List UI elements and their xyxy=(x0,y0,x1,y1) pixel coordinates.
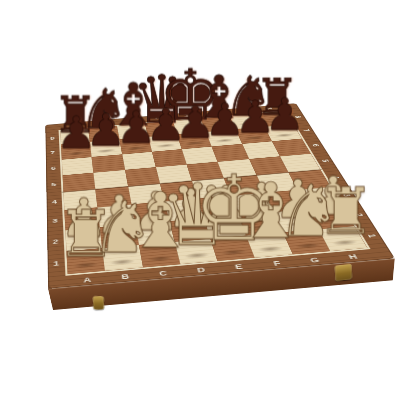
chess-board: 87654321 87654321 ABCDEFGH ABCDEFGH ♜♞♝♛… xyxy=(45,103,395,289)
pieces-layer: ♜♞♝♛♚♝♞♜♟♟♟♟♟♟♟♟♟♟♟♟♟♟♟♟♜♞♝♛♚♝♞♜ xyxy=(60,111,367,274)
rank-label: 7 xyxy=(289,126,323,135)
rank-label: 8 xyxy=(282,113,314,122)
rank-label: 6 xyxy=(298,140,333,150)
board-frame: 87654321 87654321 ABCDEFGH ABCDEFGH ♜♞♝♛… xyxy=(45,103,395,289)
white-rook-glyph-icon: ♜ xyxy=(316,179,374,244)
brass-clasp-left-icon xyxy=(93,296,104,309)
product-photo: 87654321 87654321 ABCDEFGH ABCDEFGH ♜♞♝♛… xyxy=(0,0,400,400)
brass-latch-right-icon xyxy=(335,263,352,281)
rank-label: 6 xyxy=(46,160,61,177)
